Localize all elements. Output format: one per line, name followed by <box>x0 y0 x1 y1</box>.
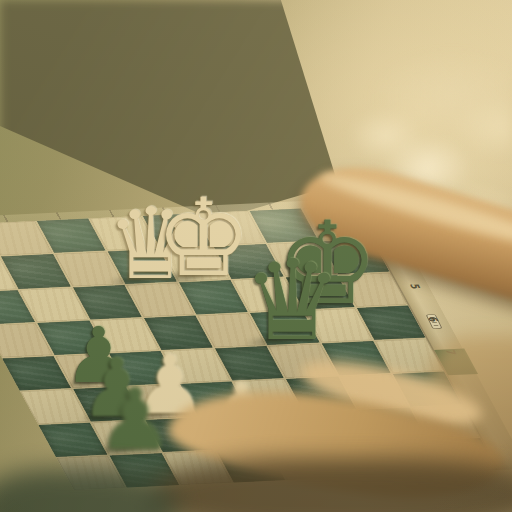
piece-green-pawn-b7[interactable]: ♟ <box>96 377 172 462</box>
chess-photo-scene: 4567 ♛♚♚♛♟♟♟♟♟ <box>0 0 512 512</box>
piece-cream-pawn-d7[interactable]: ♟ <box>202 372 278 457</box>
piece-green-queen-f4[interactable]: ♛ <box>243 245 343 356</box>
piece-cream-king-e2[interactable]: ♚ <box>156 185 252 292</box>
edge-label-6: 6 <box>423 314 442 325</box>
edge-label-5: 5 <box>405 281 424 292</box>
